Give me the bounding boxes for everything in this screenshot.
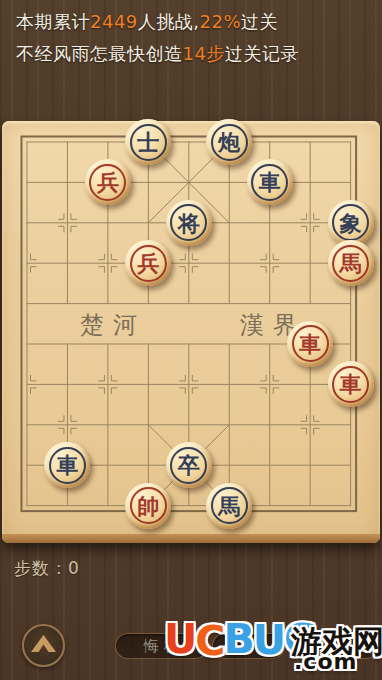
piece-glyph: 炮 [218,132,240,154]
piece-glyph: 士 [137,132,159,154]
piece-glyph: 馬 [340,253,362,275]
fold-panel-button[interactable] [22,624,65,667]
piece-glyph: 象 [340,212,362,234]
piece-ring: 馬 [211,487,248,524]
piece-ring: 帥 [130,487,167,524]
piece-ring: 車 [49,447,86,484]
piece-ring: 兵 [130,245,167,282]
toolbar-button-middle[interactable] [212,633,285,659]
steps-label: 步数： [14,558,68,578]
record-prefix: 不经风雨怎最快创造 [16,43,183,64]
piece-red-r3c8[interactable]: 馬 [328,240,374,286]
piece-ring: 将 [170,204,207,241]
piece-black-r0c5[interactable]: 炮 [206,119,252,165]
undo-label: 悔棋 [139,637,184,656]
stats-prefix: 本期累计 [16,11,90,32]
piece-red-r1c2[interactable]: 兵 [85,159,131,205]
piece-glyph: 車 [299,333,321,355]
stats-suffix: 过关 [241,11,278,32]
piece-glyph: 馬 [218,495,240,517]
piece-ring: 士 [130,124,167,161]
stats-percent: 22% [200,11,242,32]
double-chevron-up-icon [24,626,63,665]
piece-black-r8c1[interactable]: 車 [44,442,90,488]
piece-ring: 馬 [332,245,369,282]
xiangqi-board: 楚河 漢界 士炮兵車将象兵馬車車車卒帥馬 [2,121,380,543]
header-challenge-stats: 本期累计2449人挑战,22%过关 [16,10,278,34]
piece-black-r2c4[interactable]: 将 [166,200,212,246]
piece-ring: 炮 [211,124,248,161]
record-suffix: 过关记录 [225,43,299,64]
record-steps: 14步 [183,43,225,64]
steps-value: 0 [68,558,80,578]
pieces-layer: 士炮兵車将象兵馬車車車卒帥馬 [7,122,371,526]
piece-glyph: 将 [178,212,200,234]
stats-mid: 人挑战, [138,11,200,32]
undo-button[interactable]: 悔棋 [115,633,208,659]
piece-ring: 車 [251,164,288,201]
toolbar-button-right[interactable] [289,633,379,659]
board-bottom-edge [2,534,380,543]
piece-ring: 車 [332,366,369,403]
piece-glyph: 車 [259,172,281,194]
piece-red-r3c3[interactable]: 兵 [125,240,171,286]
piece-black-r0c3[interactable]: 士 [125,119,171,165]
piece-glyph: 兵 [137,253,159,275]
piece-ring: 兵 [89,164,126,201]
piece-red-r5c7[interactable]: 車 [287,321,333,367]
header-record-line: 不经风雨怎最快创造14步过关记录 [16,42,299,66]
stats-count: 2449 [90,11,138,32]
piece-glyph: 帥 [137,495,159,517]
piece-ring: 車 [292,325,329,362]
step-counter: 步数：0 [14,557,80,580]
piece-black-r9c5[interactable]: 馬 [206,483,252,529]
piece-glyph: 車 [56,455,78,477]
piece-glyph: 兵 [97,172,119,194]
piece-red-r9c3[interactable]: 帥 [125,483,171,529]
piece-glyph: 卒 [178,455,200,477]
piece-red-r6c8[interactable]: 車 [328,361,374,407]
piece-black-r1c6[interactable]: 車 [247,159,293,205]
piece-glyph: 車 [340,374,362,396]
piece-ring: 象 [332,204,369,241]
piece-ring: 卒 [170,447,207,484]
piece-black-r2c8[interactable]: 象 [328,200,374,246]
piece-black-r8c4[interactable]: 卒 [166,442,212,488]
